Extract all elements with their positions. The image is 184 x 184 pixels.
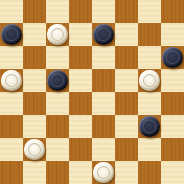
checker-black-c5[interactable] bbox=[47, 70, 68, 91]
square-e6 bbox=[92, 46, 115, 69]
checker-white-a5[interactable] bbox=[1, 70, 22, 91]
square-a6 bbox=[0, 46, 23, 69]
checker-black-g3[interactable] bbox=[139, 116, 160, 137]
square-h7 bbox=[161, 23, 184, 46]
square-g2 bbox=[138, 138, 161, 161]
square-b2[interactable] bbox=[23, 138, 46, 161]
square-h5 bbox=[161, 69, 184, 92]
square-a5[interactable] bbox=[0, 69, 23, 92]
square-h3 bbox=[161, 115, 184, 138]
square-b5 bbox=[23, 69, 46, 92]
square-g4 bbox=[138, 92, 161, 115]
square-e1[interactable] bbox=[92, 161, 115, 184]
square-c3[interactable] bbox=[46, 115, 69, 138]
square-a8 bbox=[0, 0, 23, 23]
square-g1[interactable] bbox=[138, 161, 161, 184]
square-a2 bbox=[0, 138, 23, 161]
square-b8[interactable] bbox=[23, 0, 46, 23]
square-f8[interactable] bbox=[115, 0, 138, 23]
square-b3 bbox=[23, 115, 46, 138]
square-c8 bbox=[46, 0, 69, 23]
square-d8[interactable] bbox=[69, 0, 92, 23]
square-f2[interactable] bbox=[115, 138, 138, 161]
square-a1[interactable] bbox=[0, 161, 23, 184]
square-d1 bbox=[69, 161, 92, 184]
square-e7[interactable] bbox=[92, 23, 115, 46]
checker-white-g5[interactable] bbox=[139, 70, 160, 91]
square-d5 bbox=[69, 69, 92, 92]
square-a4 bbox=[0, 92, 23, 115]
square-b6[interactable] bbox=[23, 46, 46, 69]
square-h2[interactable] bbox=[161, 138, 184, 161]
square-c4 bbox=[46, 92, 69, 115]
square-f4[interactable] bbox=[115, 92, 138, 115]
square-h6[interactable] bbox=[161, 46, 184, 69]
square-c5[interactable] bbox=[46, 69, 69, 92]
square-d2[interactable] bbox=[69, 138, 92, 161]
square-b4[interactable] bbox=[23, 92, 46, 115]
square-a7[interactable] bbox=[0, 23, 23, 46]
square-d3 bbox=[69, 115, 92, 138]
checker-white-e1[interactable] bbox=[93, 162, 114, 183]
square-c1[interactable] bbox=[46, 161, 69, 184]
square-e3[interactable] bbox=[92, 115, 115, 138]
square-f1 bbox=[115, 161, 138, 184]
square-h1 bbox=[161, 161, 184, 184]
square-g6 bbox=[138, 46, 161, 69]
square-b1 bbox=[23, 161, 46, 184]
square-e8 bbox=[92, 0, 115, 23]
square-c7[interactable] bbox=[46, 23, 69, 46]
square-d6[interactable] bbox=[69, 46, 92, 69]
checker-white-b2[interactable] bbox=[24, 139, 45, 160]
square-g7[interactable] bbox=[138, 23, 161, 46]
square-d4[interactable] bbox=[69, 92, 92, 115]
square-e2 bbox=[92, 138, 115, 161]
square-f3 bbox=[115, 115, 138, 138]
square-c2 bbox=[46, 138, 69, 161]
square-e5[interactable] bbox=[92, 69, 115, 92]
square-e4 bbox=[92, 92, 115, 115]
checkers-board bbox=[0, 0, 184, 184]
square-g3[interactable] bbox=[138, 115, 161, 138]
square-a3[interactable] bbox=[0, 115, 23, 138]
checker-white-c7[interactable] bbox=[47, 24, 68, 45]
checker-black-e7[interactable] bbox=[93, 24, 114, 45]
square-d7 bbox=[69, 23, 92, 46]
square-f5 bbox=[115, 69, 138, 92]
square-f7 bbox=[115, 23, 138, 46]
square-h8[interactable] bbox=[161, 0, 184, 23]
square-c6 bbox=[46, 46, 69, 69]
square-f6[interactable] bbox=[115, 46, 138, 69]
square-h4[interactable] bbox=[161, 92, 184, 115]
square-b7 bbox=[23, 23, 46, 46]
square-g8 bbox=[138, 0, 161, 23]
square-g5[interactable] bbox=[138, 69, 161, 92]
checker-black-h6[interactable] bbox=[162, 47, 183, 68]
checker-black-a7[interactable] bbox=[1, 24, 22, 45]
